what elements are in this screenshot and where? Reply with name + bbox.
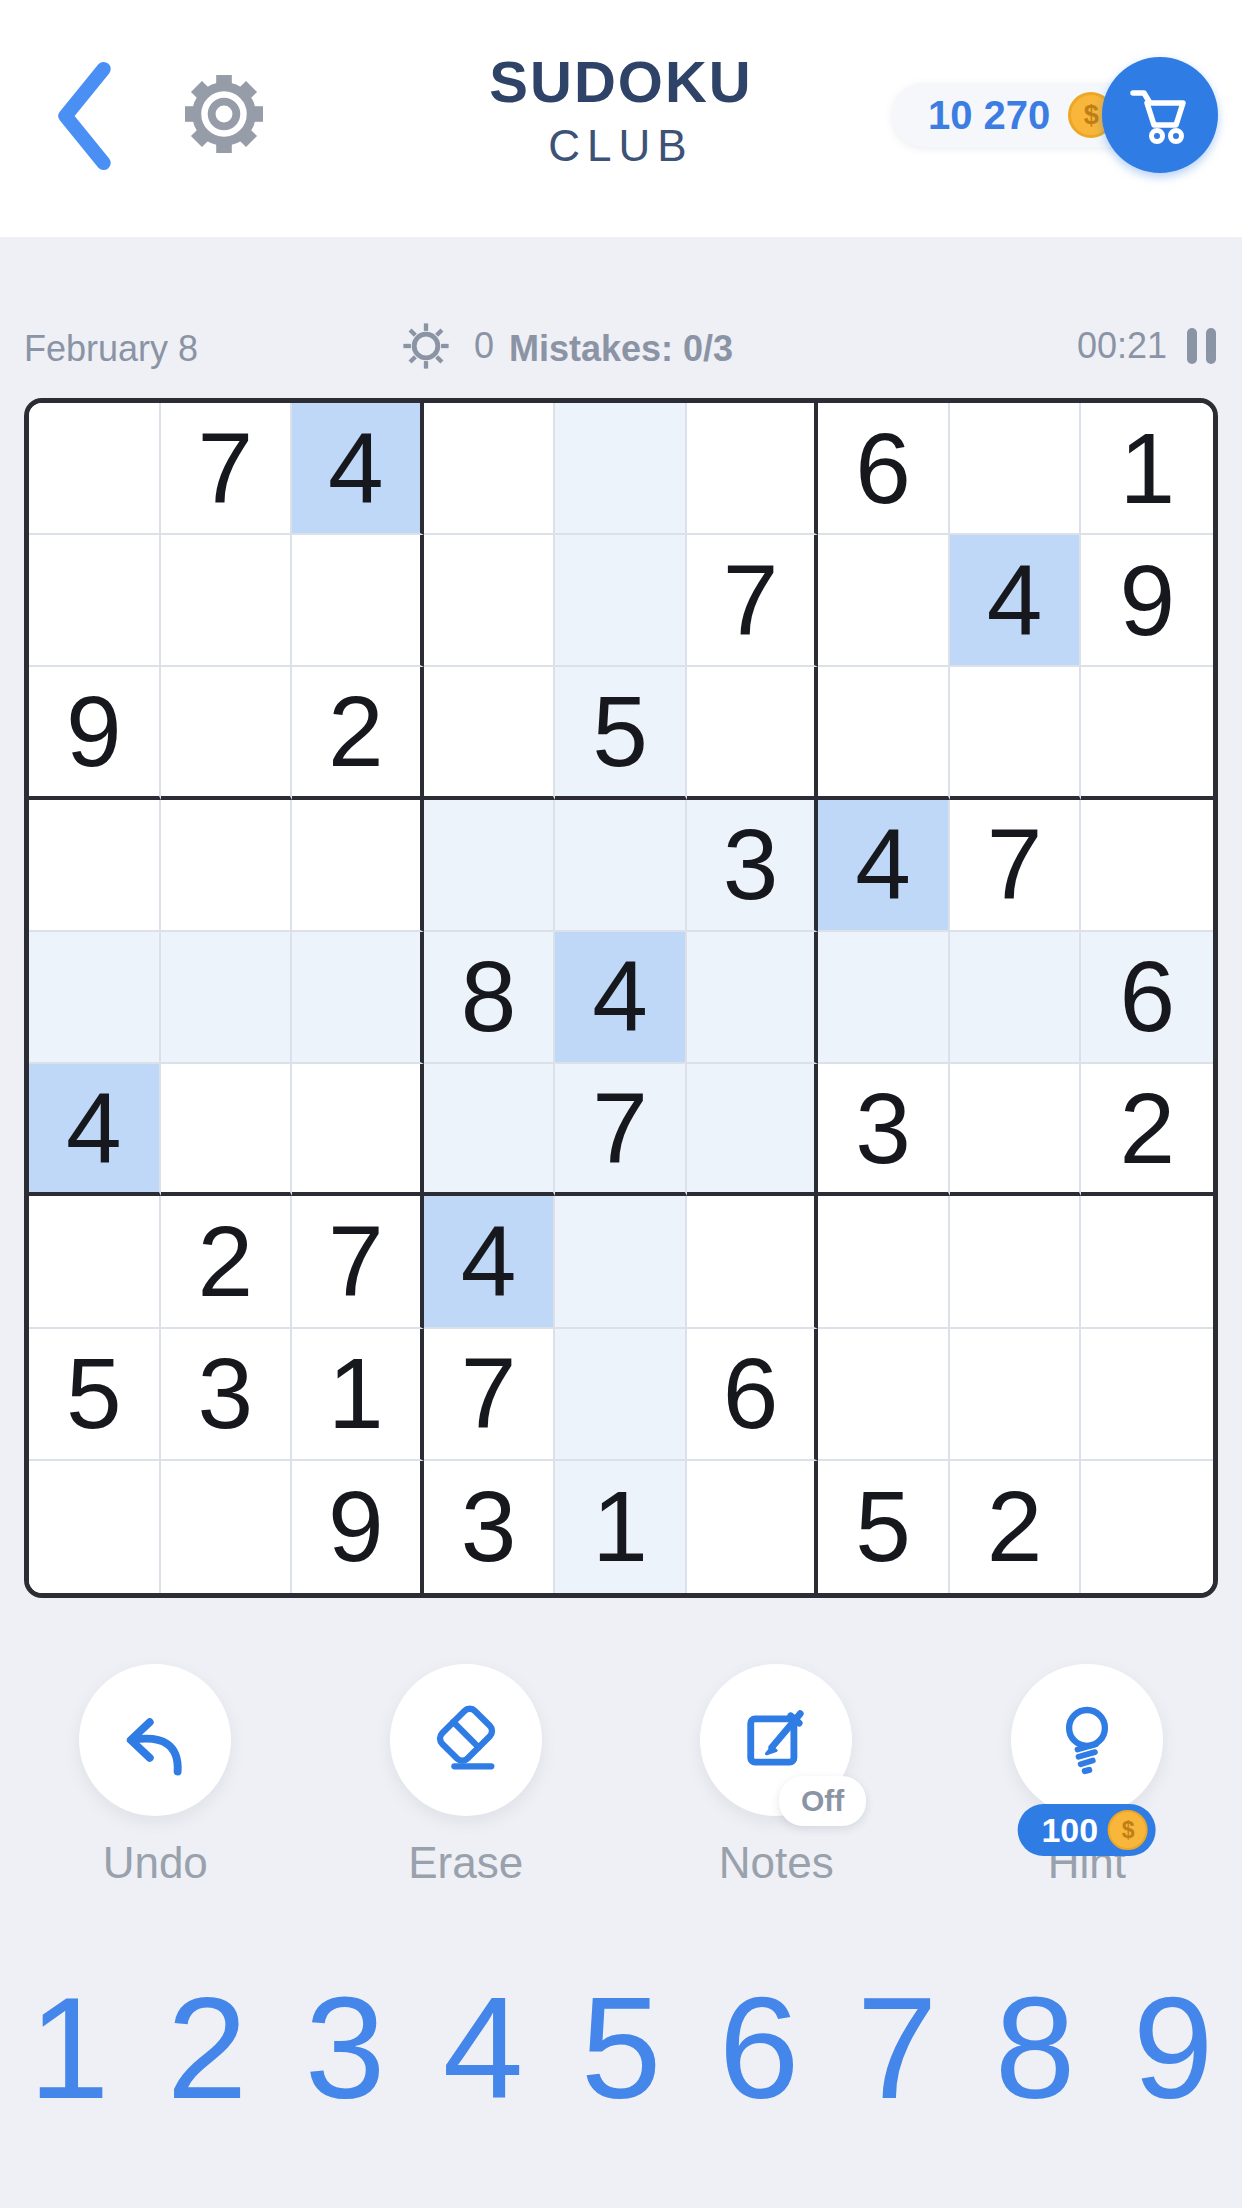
cell-r1c8[interactable] bbox=[950, 403, 1082, 535]
mistakes-label: Mistakes: 0/3 bbox=[509, 328, 733, 370]
cell-r1c2[interactable]: 7 bbox=[161, 403, 293, 535]
cell-r2c4[interactable] bbox=[424, 535, 556, 667]
cell-r5c5[interactable]: 4 bbox=[555, 932, 687, 1064]
cell-r1c7[interactable]: 6 bbox=[818, 403, 950, 535]
notes-pencil-icon bbox=[736, 1700, 816, 1780]
cell-r2c6[interactable]: 7 bbox=[687, 535, 819, 667]
cell-r5c2[interactable] bbox=[161, 932, 293, 1064]
numpad-4[interactable]: 4 bbox=[414, 1968, 552, 2128]
cell-r4c9[interactable] bbox=[1081, 800, 1213, 932]
cell-r8c2[interactable]: 3 bbox=[161, 1329, 293, 1461]
cell-r4c6[interactable]: 3 bbox=[687, 800, 819, 932]
cell-r7c6[interactable] bbox=[687, 1196, 819, 1328]
cell-r6c5[interactable]: 7 bbox=[555, 1064, 687, 1196]
cell-r7c9[interactable] bbox=[1081, 1196, 1213, 1328]
cell-r6c9[interactable]: 2 bbox=[1081, 1064, 1213, 1196]
tool-slot-notes: Off Notes bbox=[621, 1664, 932, 1888]
cell-r9c8[interactable]: 2 bbox=[950, 1461, 1082, 1593]
cell-r3c4[interactable] bbox=[424, 667, 556, 799]
cell-r8c8[interactable] bbox=[950, 1329, 1082, 1461]
cell-r2c3[interactable] bbox=[292, 535, 424, 667]
cell-r3c5[interactable]: 5 bbox=[555, 667, 687, 799]
eraser-icon bbox=[426, 1700, 506, 1780]
numpad-8[interactable]: 8 bbox=[966, 1968, 1104, 2128]
cell-r5c6[interactable] bbox=[687, 932, 819, 1064]
cell-r8c3[interactable]: 1 bbox=[292, 1329, 424, 1461]
cell-r6c7[interactable]: 3 bbox=[818, 1064, 950, 1196]
cell-r6c8[interactable] bbox=[950, 1064, 1082, 1196]
hint-button[interactable]: 100 $ bbox=[1011, 1664, 1163, 1816]
cell-r3c8[interactable] bbox=[950, 667, 1082, 799]
cell-r4c1[interactable] bbox=[29, 800, 161, 932]
cell-r7c4[interactable]: 4 bbox=[424, 1196, 556, 1328]
cell-r9c6[interactable] bbox=[687, 1461, 819, 1593]
cell-r8c4[interactable]: 7 bbox=[424, 1329, 556, 1461]
cell-r9c4[interactable]: 3 bbox=[424, 1461, 556, 1593]
cell-r9c5[interactable]: 1 bbox=[555, 1461, 687, 1593]
hint-cost-value: 100 bbox=[1041, 1811, 1098, 1850]
cell-r6c1[interactable]: 4 bbox=[29, 1064, 161, 1196]
cell-r7c5[interactable] bbox=[555, 1196, 687, 1328]
tool-slot-hint: 100 $ Hint bbox=[932, 1664, 1242, 1888]
cell-r2c9[interactable]: 9 bbox=[1081, 535, 1213, 667]
daily-challenge-counter: 0 bbox=[398, 318, 494, 374]
hint-cost-badge: 100 $ bbox=[1017, 1804, 1156, 1856]
cell-r3c3[interactable]: 2 bbox=[292, 667, 424, 799]
cell-r7c1[interactable] bbox=[29, 1196, 161, 1328]
cell-r1c1[interactable] bbox=[29, 403, 161, 535]
cell-r8c5[interactable] bbox=[555, 1329, 687, 1461]
cell-r3c2[interactable] bbox=[161, 667, 293, 799]
notes-off-badge: Off bbox=[779, 1776, 866, 1826]
cell-r9c3[interactable]: 9 bbox=[292, 1461, 424, 1593]
numpad-1[interactable]: 1 bbox=[0, 1968, 138, 2128]
erase-label: Erase bbox=[408, 1838, 523, 1888]
status-bar: February 8 0 Mistakes: 0/3 00:21 bbox=[0, 316, 1242, 380]
cell-r4c7[interactable]: 4 bbox=[818, 800, 950, 932]
daily-count: 0 bbox=[474, 325, 494, 367]
cell-r6c4[interactable] bbox=[424, 1064, 556, 1196]
numpad-7[interactable]: 7 bbox=[828, 1968, 966, 2128]
toolbar: Undo Erase bbox=[0, 1664, 1242, 1888]
cell-r1c3[interactable]: 4 bbox=[292, 403, 424, 535]
cell-r3c1[interactable]: 9 bbox=[29, 667, 161, 799]
notes-button[interactable]: Off bbox=[700, 1664, 852, 1816]
lightbulb-icon bbox=[1047, 1700, 1127, 1780]
numpad-9[interactable]: 9 bbox=[1104, 1968, 1242, 2128]
numpad-3[interactable]: 3 bbox=[276, 1968, 414, 2128]
cell-r8c9[interactable] bbox=[1081, 1329, 1213, 1461]
cell-r5c4[interactable]: 8 bbox=[424, 932, 556, 1064]
shop-cart-button[interactable] bbox=[1102, 57, 1218, 173]
back-button[interactable] bbox=[44, 56, 124, 176]
tool-slot-undo: Undo bbox=[0, 1664, 311, 1888]
cell-r3c6[interactable] bbox=[687, 667, 819, 799]
notes-label: Notes bbox=[719, 1838, 834, 1888]
settings-button[interactable] bbox=[172, 62, 276, 166]
cell-r4c5[interactable] bbox=[555, 800, 687, 932]
pause-button[interactable] bbox=[1183, 324, 1220, 368]
undo-button[interactable] bbox=[79, 1664, 231, 1816]
cell-r4c4[interactable] bbox=[424, 800, 556, 932]
numpad-2[interactable]: 2 bbox=[138, 1968, 276, 2128]
undo-icon bbox=[115, 1700, 195, 1780]
cell-r7c8[interactable] bbox=[950, 1196, 1082, 1328]
cell-r6c6[interactable] bbox=[687, 1064, 819, 1196]
cell-r9c9[interactable] bbox=[1081, 1461, 1213, 1593]
gear-icon bbox=[172, 62, 276, 166]
cell-r7c7[interactable] bbox=[818, 1196, 950, 1328]
cell-r9c7[interactable]: 5 bbox=[818, 1461, 950, 1593]
coins-amount: 10 270 bbox=[928, 93, 1050, 138]
numpad-6[interactable]: 6 bbox=[690, 1968, 828, 2128]
cell-r2c2[interactable] bbox=[161, 535, 293, 667]
cell-r1c9[interactable]: 1 bbox=[1081, 403, 1213, 535]
date-label: February 8 bbox=[24, 328, 198, 370]
cell-r5c9[interactable]: 6 bbox=[1081, 932, 1213, 1064]
cell-r5c1[interactable] bbox=[29, 932, 161, 1064]
cell-r1c4[interactable] bbox=[424, 403, 556, 535]
cell-r2c5[interactable] bbox=[555, 535, 687, 667]
cell-r5c7[interactable] bbox=[818, 932, 950, 1064]
cell-r9c2[interactable] bbox=[161, 1461, 293, 1593]
cell-r3c7[interactable] bbox=[818, 667, 950, 799]
sun-icon bbox=[398, 318, 454, 374]
tool-slot-erase: Erase bbox=[311, 1664, 622, 1888]
numpad: 123456789 bbox=[0, 1968, 1242, 2128]
sudoku-grid: 746174992534784647322745317693152 bbox=[24, 398, 1218, 1598]
cell-r6c3[interactable] bbox=[292, 1064, 424, 1196]
cell-r5c8[interactable] bbox=[950, 932, 1082, 1064]
header: SUDOKU CLUB 10 270 $ bbox=[0, 0, 1242, 237]
hint-coin-icon: $ bbox=[1108, 1810, 1148, 1850]
sudoku-app: SUDOKU CLUB 10 270 $ February 8 bbox=[0, 0, 1242, 2208]
cell-r8c1[interactable]: 5 bbox=[29, 1329, 161, 1461]
undo-label: Undo bbox=[103, 1838, 208, 1888]
cell-r4c8[interactable]: 7 bbox=[950, 800, 1082, 932]
cell-r2c1[interactable] bbox=[29, 535, 161, 667]
cell-r8c7[interactable] bbox=[818, 1329, 950, 1461]
cell-r7c3[interactable]: 7 bbox=[292, 1196, 424, 1328]
numpad-5[interactable]: 5 bbox=[552, 1968, 690, 2128]
cell-r1c5[interactable] bbox=[555, 403, 687, 535]
cell-r5c3[interactable] bbox=[292, 932, 424, 1064]
cell-r7c2[interactable]: 2 bbox=[161, 1196, 293, 1328]
timer-value: 00:21 bbox=[1077, 325, 1167, 367]
cell-r9c1[interactable] bbox=[29, 1461, 161, 1593]
back-chevron-icon bbox=[44, 56, 124, 176]
cell-r8c6[interactable]: 6 bbox=[687, 1329, 819, 1461]
erase-button[interactable] bbox=[390, 1664, 542, 1816]
cart-icon bbox=[1127, 84, 1193, 146]
cell-r2c7[interactable] bbox=[818, 535, 950, 667]
cell-r3c9[interactable] bbox=[1081, 667, 1213, 799]
cell-r4c2[interactable] bbox=[161, 800, 293, 932]
cell-r2c8[interactable]: 4 bbox=[950, 535, 1082, 667]
timer-group: 00:21 bbox=[1077, 324, 1220, 368]
cell-r1c6[interactable] bbox=[687, 403, 819, 535]
cell-r4c3[interactable] bbox=[292, 800, 424, 932]
cell-r6c2[interactable] bbox=[161, 1064, 293, 1196]
